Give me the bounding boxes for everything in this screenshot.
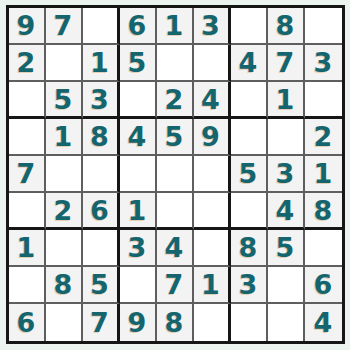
- cell-r6c6[interactable]: [194, 193, 231, 230]
- cell-r1c7[interactable]: [231, 8, 268, 45]
- cell-r5c2[interactable]: [46, 156, 83, 193]
- cell-r6c4: 1: [120, 193, 157, 230]
- cell-r5c5[interactable]: [157, 156, 194, 193]
- cell-r6c5[interactable]: [157, 193, 194, 230]
- cell-r9c9: 4: [305, 304, 342, 341]
- cell-r8c2: 8: [46, 267, 83, 304]
- cell-r8c3: 5: [83, 267, 120, 304]
- cell-r9c2[interactable]: [46, 304, 83, 341]
- cell-r4c5: 5: [157, 119, 194, 156]
- cell-r4c4: 4: [120, 119, 157, 156]
- cell-r7c1: 1: [9, 230, 46, 267]
- cell-r5c3[interactable]: [83, 156, 120, 193]
- cell-r5c8: 3: [268, 156, 305, 193]
- cell-r3c7[interactable]: [231, 82, 268, 119]
- cell-r7c4: 3: [120, 230, 157, 267]
- cell-r5c4[interactable]: [120, 156, 157, 193]
- cell-r9c4: 9: [120, 304, 157, 341]
- cell-r8c9: 6: [305, 267, 342, 304]
- cell-r3c6: 4: [194, 82, 231, 119]
- cell-r7c2[interactable]: [46, 230, 83, 267]
- cell-r6c8: 4: [268, 193, 305, 230]
- cell-r9c1: 6: [9, 304, 46, 341]
- cell-r5c1: 7: [9, 156, 46, 193]
- cell-r2c1: 2: [9, 45, 46, 82]
- cell-r2c9: 3: [305, 45, 342, 82]
- cell-r4c8[interactable]: [268, 119, 305, 156]
- cell-r1c1: 9: [9, 8, 46, 45]
- cell-r1c8: 8: [268, 8, 305, 45]
- cell-r7c7: 8: [231, 230, 268, 267]
- cell-r3c1[interactable]: [9, 82, 46, 119]
- cell-r8c1[interactable]: [9, 267, 46, 304]
- cell-r3c9[interactable]: [305, 82, 342, 119]
- sudoku-board: 9761382154735324118459275312614813485857…: [6, 5, 345, 344]
- cell-r8c5: 7: [157, 267, 194, 304]
- cell-r7c5: 4: [157, 230, 194, 267]
- cell-r9c8[interactable]: [268, 304, 305, 341]
- cell-r5c6[interactable]: [194, 156, 231, 193]
- cell-r9c7[interactable]: [231, 304, 268, 341]
- cell-r4c2: 1: [46, 119, 83, 156]
- cell-r4c3: 8: [83, 119, 120, 156]
- cell-r3c3: 3: [83, 82, 120, 119]
- cell-r7c3[interactable]: [83, 230, 120, 267]
- cell-r6c1[interactable]: [9, 193, 46, 230]
- cell-r4c9: 2: [305, 119, 342, 156]
- cell-r9c5: 8: [157, 304, 194, 341]
- cell-r8c7: 3: [231, 267, 268, 304]
- cell-r1c3[interactable]: [83, 8, 120, 45]
- cell-r4c7[interactable]: [231, 119, 268, 156]
- cell-r7c8: 5: [268, 230, 305, 267]
- cell-r2c6[interactable]: [194, 45, 231, 82]
- cell-r2c7: 4: [231, 45, 268, 82]
- cell-r6c3: 6: [83, 193, 120, 230]
- cell-r2c8: 7: [268, 45, 305, 82]
- cell-r1c4: 6: [120, 8, 157, 45]
- cell-r1c2: 7: [46, 8, 83, 45]
- cell-r7c9[interactable]: [305, 230, 342, 267]
- cell-r6c9: 8: [305, 193, 342, 230]
- cell-r1c9[interactable]: [305, 8, 342, 45]
- cell-r2c5[interactable]: [157, 45, 194, 82]
- cell-r9c3: 7: [83, 304, 120, 341]
- cell-r3c2: 5: [46, 82, 83, 119]
- cell-r4c1[interactable]: [9, 119, 46, 156]
- cell-r2c3: 1: [83, 45, 120, 82]
- cell-r8c8[interactable]: [268, 267, 305, 304]
- cell-r2c2[interactable]: [46, 45, 83, 82]
- cell-r9c6[interactable]: [194, 304, 231, 341]
- cell-r1c5: 1: [157, 8, 194, 45]
- cell-r3c5: 2: [157, 82, 194, 119]
- cell-r4c6: 9: [194, 119, 231, 156]
- cell-r5c9: 1: [305, 156, 342, 193]
- cell-r3c8: 1: [268, 82, 305, 119]
- cell-r3c4[interactable]: [120, 82, 157, 119]
- cell-r6c2: 2: [46, 193, 83, 230]
- cell-r6c7[interactable]: [231, 193, 268, 230]
- cell-r5c7: 5: [231, 156, 268, 193]
- cell-r8c4[interactable]: [120, 267, 157, 304]
- cell-r8c6: 1: [194, 267, 231, 304]
- cell-r2c4: 5: [120, 45, 157, 82]
- cell-r1c6: 3: [194, 8, 231, 45]
- cell-r7c6[interactable]: [194, 230, 231, 267]
